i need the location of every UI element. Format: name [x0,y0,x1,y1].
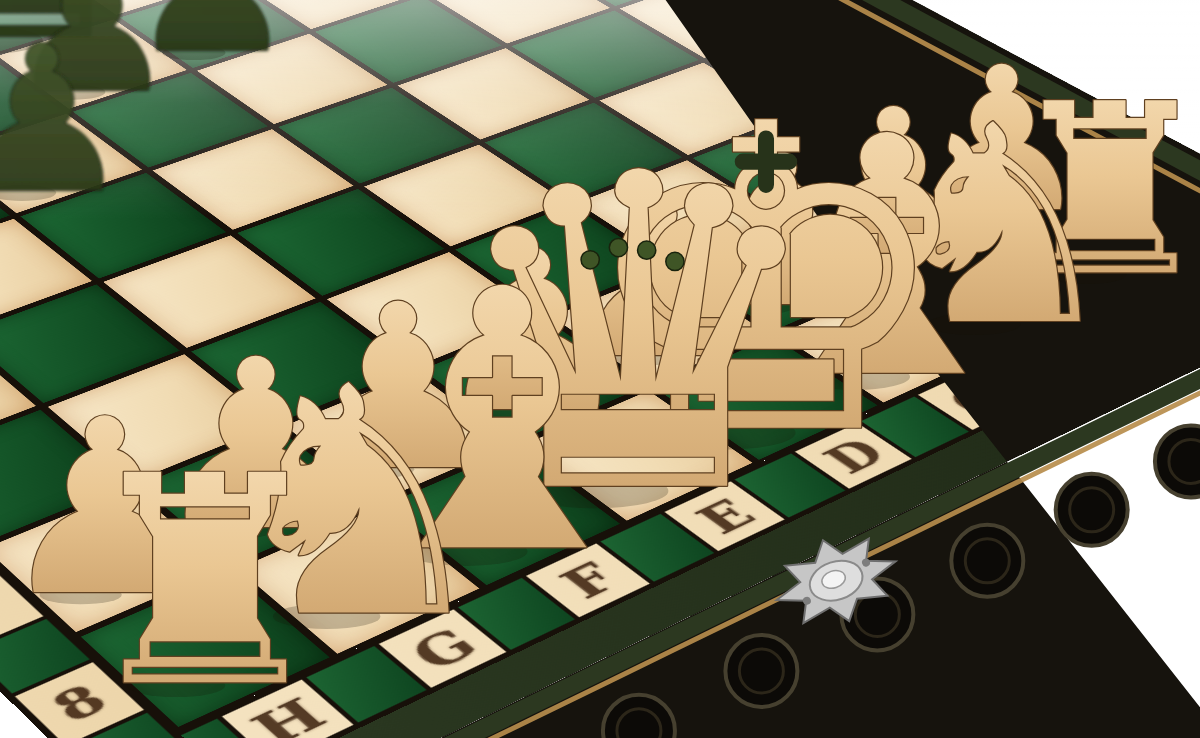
carved-scallop [951,525,1023,597]
piece-black-pawn-f3[interactable]: ♟ [0,3,132,238]
carved-scallop [725,635,797,707]
pawn-glyph: ♟ [0,3,132,238]
piece-white-rook-h8[interactable]: ♜ [76,415,334,738]
carved-scallop [1155,425,1200,497]
carved-scallop [1056,474,1128,546]
chess-set-photo: ABCDEFGH1234567812345678 ♛♟♟♟♟♟♜♟♞♟♝♟♚♟♛… [0,0,1200,738]
pieces-and-box-overlay: ♛♟♟♟♟♟♜♟♞♟♝♟♚♟♛♟♝♟♞♜ [0,0,1200,738]
queen-bead [666,252,684,270]
rook-glyph: ♜ [76,415,334,738]
